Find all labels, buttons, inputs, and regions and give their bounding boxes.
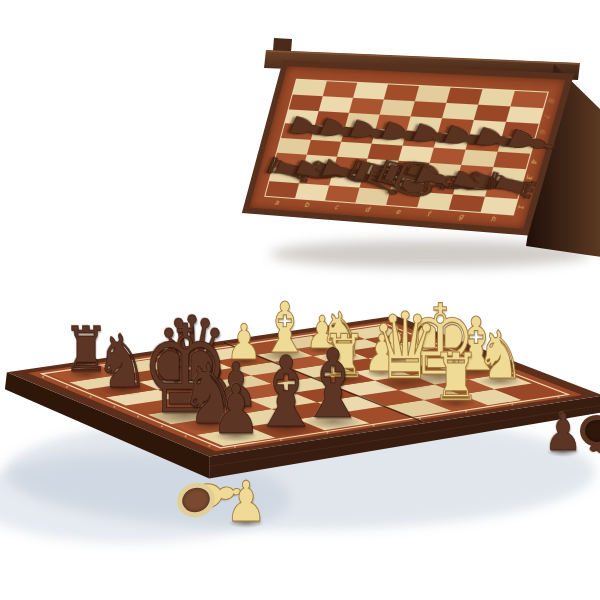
folded-attached-pieces: ♟♟♟♟♟♟♟♟♜♞♝♛♚♝♞♜ — [265, 80, 547, 215]
board-file-mark — [419, 418, 421, 420]
folded-board-clasp — [273, 38, 292, 52]
folded-file-label-f: f — [426, 210, 431, 218]
folded-file-label-a: a — [274, 199, 280, 207]
board-rank-mark — [42, 376, 44, 378]
product-photo-scene: abcdefgh 12345678 ♟♟♟♟♟♟♟♟♜♞♝♛♚♝♞♜ ♜♞♚♛♟… — [0, 0, 600, 600]
folded-file-label-d: d — [364, 205, 371, 213]
board-file-mark — [234, 446, 236, 448]
folded-file-label-b: b — [303, 201, 310, 209]
board-rank-mark — [208, 445, 210, 447]
board-file-mark — [326, 432, 328, 434]
folded-board: abcdefgh 12345678 ♟♟♟♟♟♟♟♟♜♞♝♛♚♝♞♜ — [242, 60, 574, 236]
folded-rank-label-8: 8 — [546, 98, 556, 103]
folded-rank-label-1: 1 — [516, 204, 526, 209]
board-file-mark — [373, 425, 375, 427]
folded-file-label-g: g — [458, 213, 465, 221]
board-file-mark — [280, 439, 282, 441]
board-file-mark — [511, 403, 513, 405]
board-rank-mark — [90, 396, 92, 398]
board-rank-mark — [161, 425, 163, 427]
board-rank-mark — [185, 435, 187, 437]
board-file-mark — [465, 411, 467, 413]
folded-file-label-c: c — [333, 203, 339, 211]
board-rank-mark — [66, 386, 68, 388]
board-rank-mark — [113, 406, 115, 408]
board-file-mark — [558, 396, 560, 398]
folded-rank-label-7: 7 — [542, 113, 552, 118]
folded-file-label-e: e — [395, 208, 402, 216]
folded-rank-label-4: 4 — [529, 159, 539, 164]
folded-file-label-h: h — [490, 215, 497, 224]
board-rank-mark — [137, 415, 139, 417]
folded-board-frame: abcdefgh 12345678 ♟♟♟♟♟♟♟♟♜♞♝♛♚♝♞♜ — [242, 60, 574, 236]
